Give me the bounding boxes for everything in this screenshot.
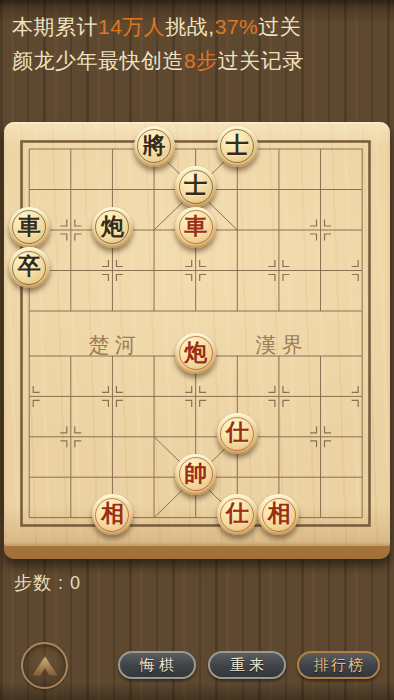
piece-red-chariot[interactable]: 車 xyxy=(175,207,216,248)
piece-glyph: 仕 xyxy=(226,421,249,444)
piece-glyph: 炮 xyxy=(184,341,207,364)
record-steps: 8步 xyxy=(184,49,218,72)
step-counter: 步数 : 0 xyxy=(14,571,81,595)
piece-black-chariot[interactable]: 車 xyxy=(9,207,50,248)
piece-glyph: 車 xyxy=(184,215,207,238)
piece-red-advisor-2[interactable]: 仕 xyxy=(217,494,258,535)
piece-red-advisor-1[interactable]: 仕 xyxy=(217,413,258,454)
challenger-count: 14万人 xyxy=(98,15,165,38)
piece-glyph: 士 xyxy=(184,174,207,197)
piece-glyph: 仕 xyxy=(226,502,249,525)
step-count-value: 0 xyxy=(70,573,81,593)
up-arrow-icon xyxy=(28,649,62,683)
restart-button[interactable]: 重来 xyxy=(208,651,286,679)
piece-black-cannon[interactable]: 炮 xyxy=(92,207,133,248)
piece-red-elephant-1[interactable]: 相 xyxy=(92,494,133,535)
piece-red-cannon[interactable]: 炮 xyxy=(175,333,216,374)
piece-glyph: 炮 xyxy=(101,215,124,238)
leaderboard-button[interactable]: 排行榜 xyxy=(297,651,380,679)
piece-black-soldier[interactable]: 卒 xyxy=(9,247,50,288)
piece-glyph: 將 xyxy=(143,134,166,157)
undo-button[interactable]: 悔棋 xyxy=(118,651,196,679)
piece-glyph: 士 xyxy=(226,134,249,157)
stats-header: 本期累计14万人挑战,37%过关 颜龙少年最快创造8步过关记录 xyxy=(12,10,304,78)
piece-glyph: 相 xyxy=(101,502,124,525)
piece-glyph: 帥 xyxy=(184,462,207,485)
pass-rate: 37% xyxy=(215,15,259,38)
stats-line-2: 颜龙少年最快创造8步过关记录 xyxy=(12,44,304,78)
piece-black-advisor-2[interactable]: 士 xyxy=(175,166,216,207)
stats-line-1: 本期累计14万人挑战,37%过关 xyxy=(12,10,304,44)
piece-glyph: 卒 xyxy=(18,255,41,278)
piece-glyph: 車 xyxy=(18,215,41,238)
expand-button[interactable] xyxy=(21,642,68,689)
piece-red-general[interactable]: 帥 xyxy=(175,454,216,495)
app-screen: 本期累计14万人挑战,37%过关 颜龙少年最快创造8步过关记录 楚 河 漢 界 … xyxy=(0,0,394,700)
piece-glyph: 相 xyxy=(267,502,290,525)
piece-black-general[interactable]: 將 xyxy=(134,126,175,167)
piece-black-advisor-1[interactable]: 士 xyxy=(217,126,258,167)
